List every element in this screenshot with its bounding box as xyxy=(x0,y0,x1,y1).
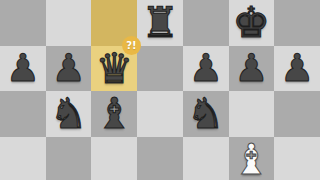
black-bishop-d6[interactable]: ♝ xyxy=(91,91,137,137)
black-knight-f6[interactable]: ♞ xyxy=(183,91,229,137)
square-g5[interactable]: ♝ xyxy=(229,137,275,180)
square-f5[interactable] xyxy=(183,137,229,180)
square-h8[interactable] xyxy=(274,0,320,46)
black-rook-e8[interactable]: ♜ xyxy=(137,0,183,46)
square-f7[interactable]: ♟ xyxy=(183,46,229,92)
chess-board: ♜♚♟♟♛♟♟♟♞♝♞♝ xyxy=(0,0,320,180)
square-h5[interactable] xyxy=(274,137,320,180)
square-c8[interactable] xyxy=(46,0,92,46)
square-e5[interactable] xyxy=(137,137,183,180)
square-b7[interactable]: ♟ xyxy=(0,46,46,92)
square-f6[interactable]: ♞ xyxy=(183,91,229,137)
square-e8[interactable]: ♜ xyxy=(137,0,183,46)
square-g7[interactable]: ♟ xyxy=(229,46,275,92)
black-pawn-f7[interactable]: ♟ xyxy=(183,46,229,92)
inaccuracy-badge: ?! xyxy=(122,36,141,55)
black-king-g8[interactable]: ♚ xyxy=(229,0,275,46)
black-pawn-h7[interactable]: ♟ xyxy=(274,46,320,92)
square-c6[interactable]: ♞ xyxy=(46,91,92,137)
square-h7[interactable]: ♟ xyxy=(274,46,320,92)
square-d5[interactable] xyxy=(91,137,137,180)
chess-board-viewport: ♜♚♟♟♛♟♟♟♞♝♞♝ ?! xyxy=(0,0,320,180)
square-c7[interactable]: ♟ xyxy=(46,46,92,92)
black-pawn-b7[interactable]: ♟ xyxy=(0,46,46,92)
square-f8[interactable] xyxy=(183,0,229,46)
square-g6[interactable] xyxy=(229,91,275,137)
square-g8[interactable]: ♚ xyxy=(229,0,275,46)
square-d6[interactable]: ♝ xyxy=(91,91,137,137)
square-h6[interactable] xyxy=(274,91,320,137)
square-e6[interactable] xyxy=(137,91,183,137)
square-b5[interactable] xyxy=(0,137,46,180)
square-e7[interactable] xyxy=(137,46,183,92)
square-b8[interactable] xyxy=(0,0,46,46)
black-knight-c6[interactable]: ♞ xyxy=(46,91,92,137)
black-pawn-g7[interactable]: ♟ xyxy=(229,46,275,92)
white-bishop-g5[interactable]: ♝ xyxy=(229,137,275,180)
square-c5[interactable] xyxy=(46,137,92,180)
square-b6[interactable] xyxy=(0,91,46,137)
black-pawn-c7[interactable]: ♟ xyxy=(46,46,92,92)
